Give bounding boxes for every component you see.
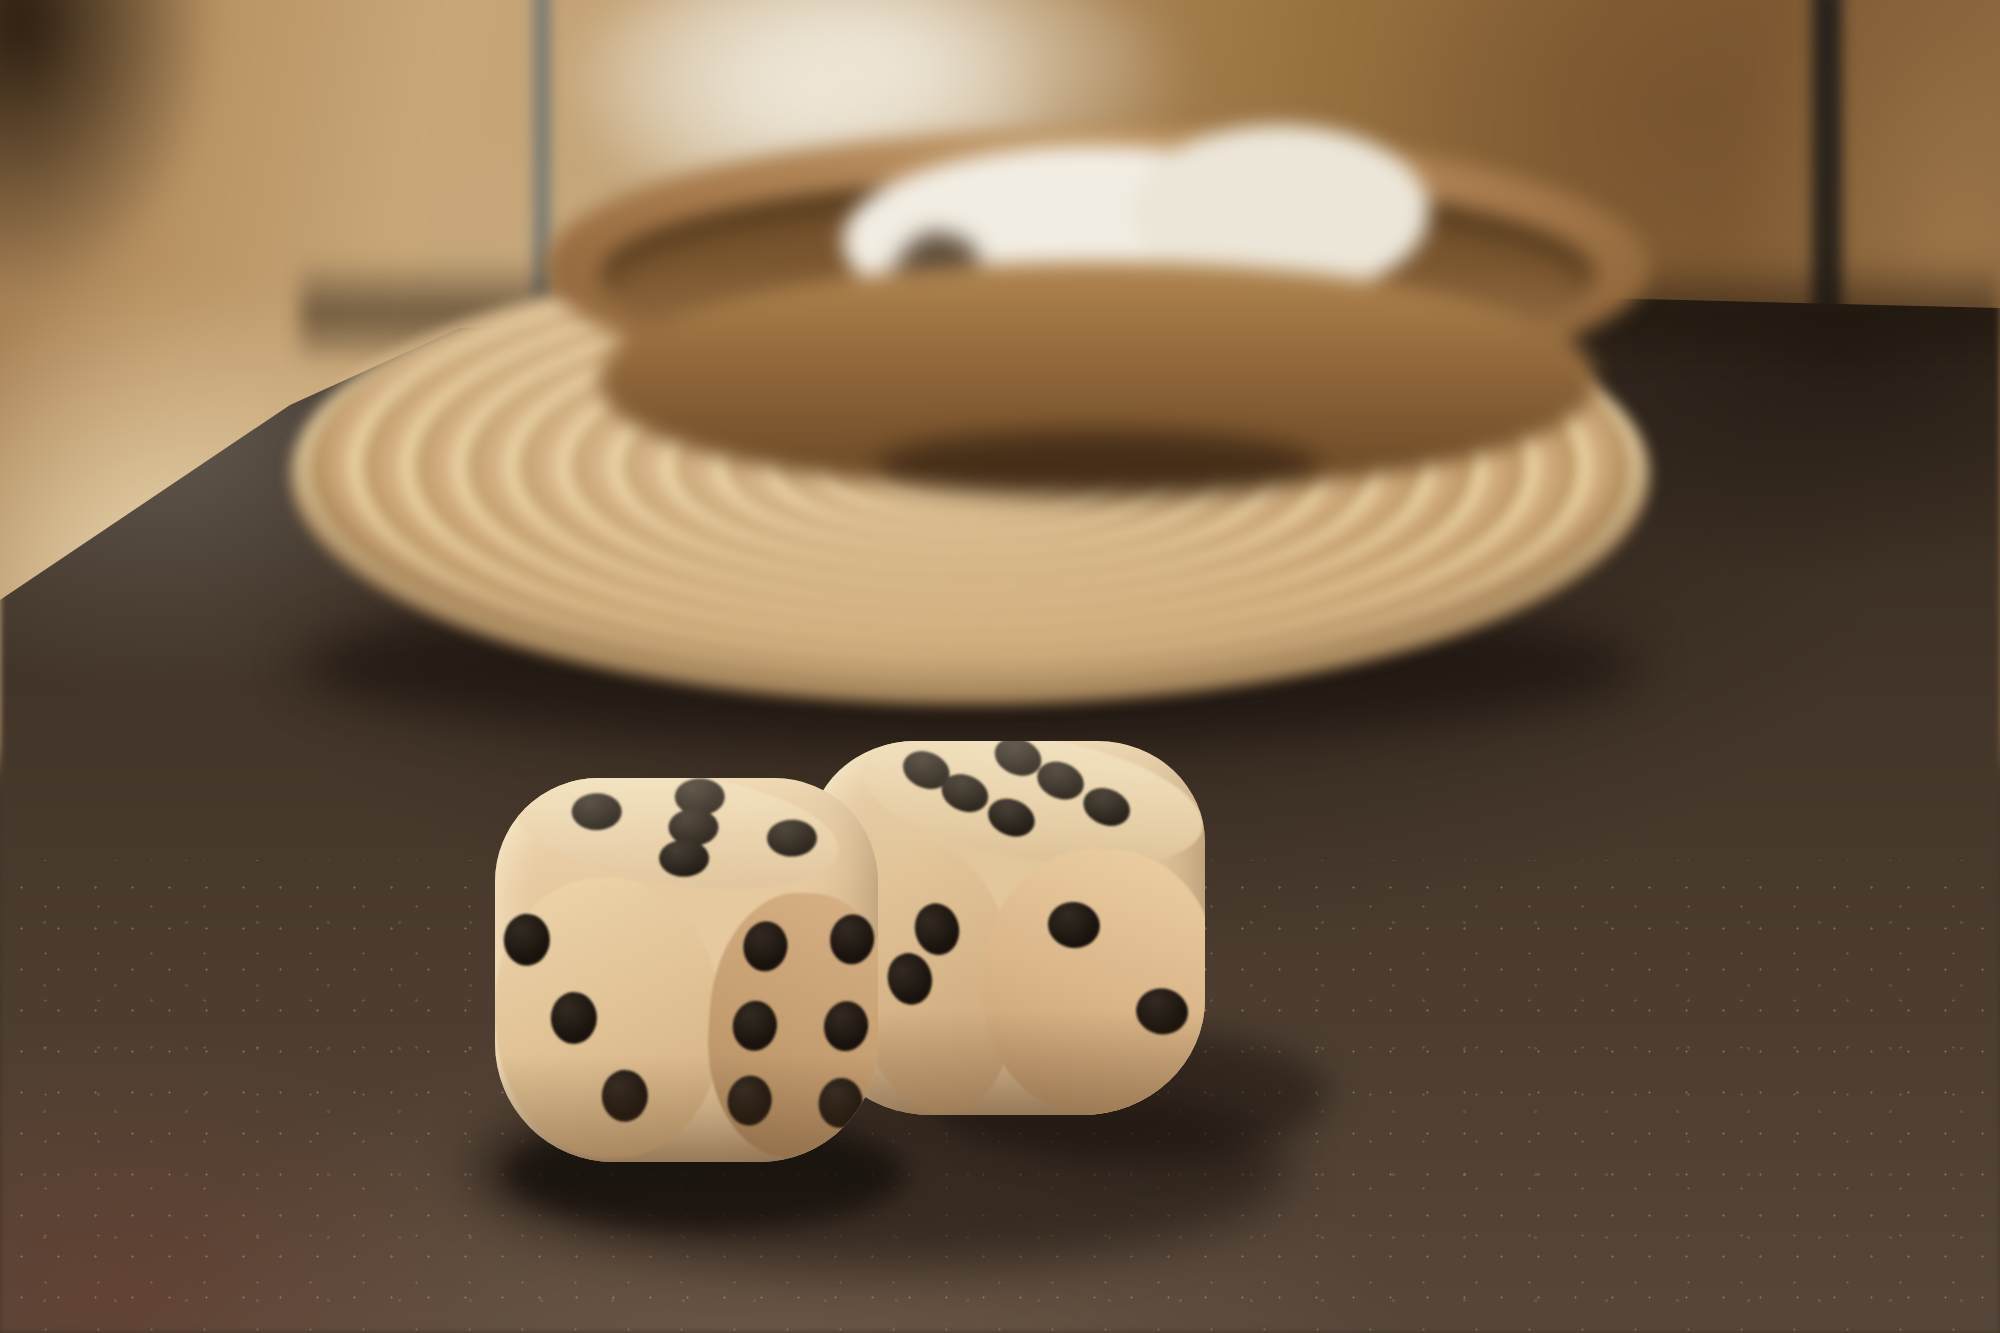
bowl-foot-shadow xyxy=(877,430,1319,499)
die-right-face-front-right-showing-2 xyxy=(974,842,1205,1115)
die-pip xyxy=(551,991,598,1044)
die-left-top-5 xyxy=(495,778,878,1162)
die-pip xyxy=(730,998,781,1054)
die-pip xyxy=(982,792,1040,843)
die-pip xyxy=(503,913,550,966)
die-pip xyxy=(767,819,817,856)
die-pip xyxy=(827,912,878,968)
wooden-bowl xyxy=(545,60,1650,490)
die-pip xyxy=(910,899,965,960)
die-pip xyxy=(659,840,709,877)
die-pip xyxy=(1132,985,1191,1039)
die-pip xyxy=(572,793,622,830)
die-pip xyxy=(1078,781,1136,832)
die-pip xyxy=(741,919,792,975)
die-pip xyxy=(882,948,937,1009)
die-left-face-front-left-showing-3 xyxy=(495,869,733,1162)
die-pip xyxy=(1045,899,1104,953)
die-pip xyxy=(602,1069,649,1122)
photo-scene xyxy=(0,0,2000,1333)
die-pip xyxy=(821,999,872,1055)
die-pip xyxy=(725,1073,776,1129)
